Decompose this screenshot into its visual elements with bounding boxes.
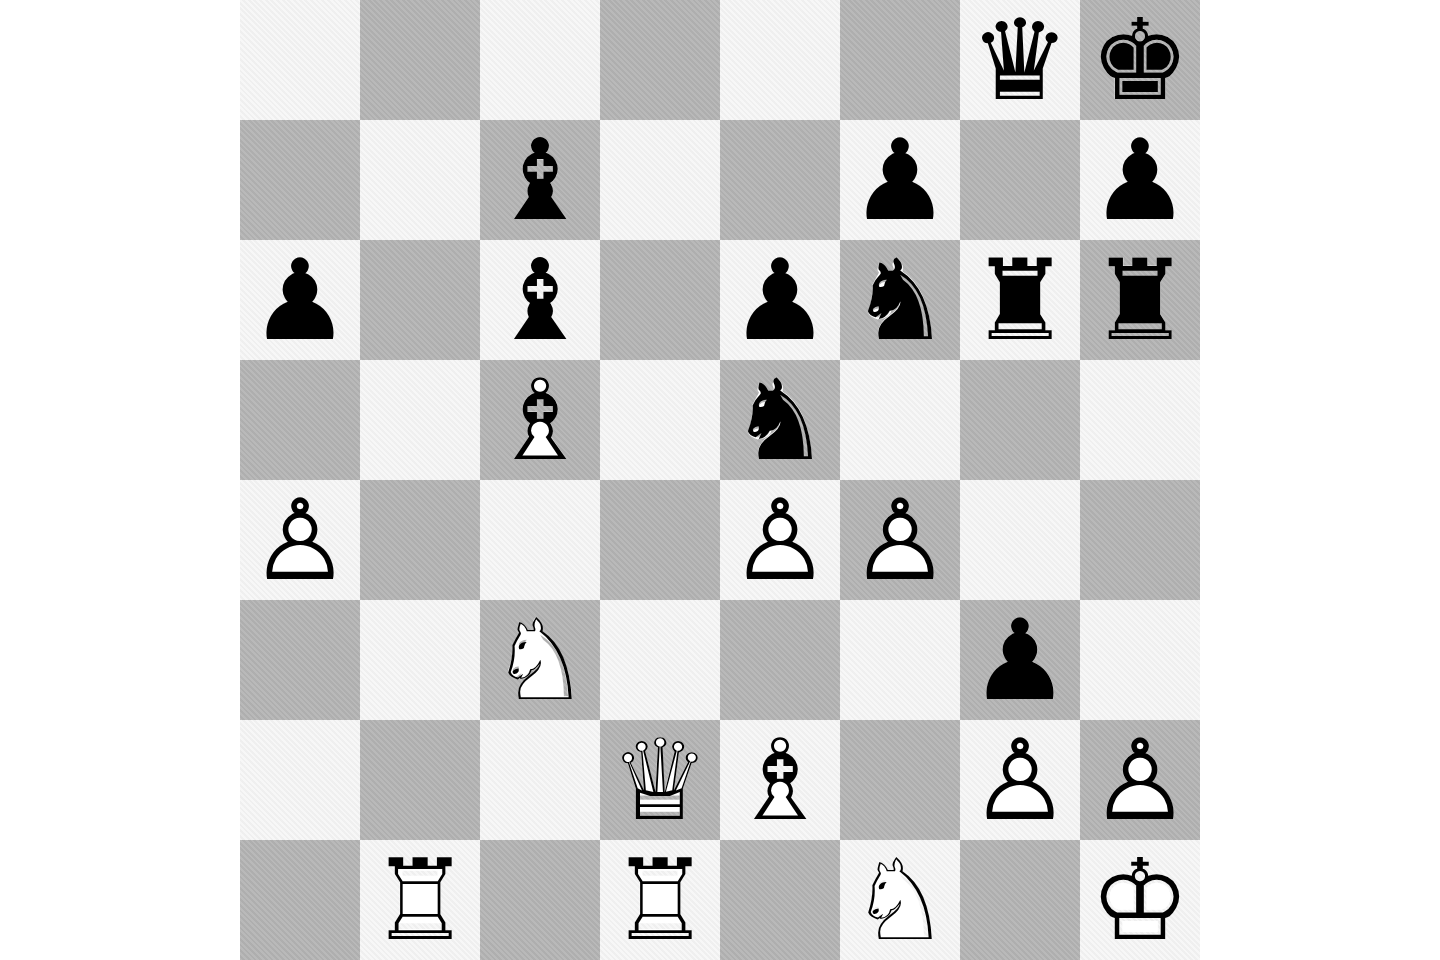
square-f8[interactable] [840, 0, 960, 120]
square-e8[interactable] [720, 0, 840, 120]
white-bishop-fill-layer: ♝ [480, 360, 600, 480]
page-background: ♕♛♔♚♗♝♙♟♙♟♙♟♗♝♙♟♘♞♖♜♖♜♝♗♘♞♟♙♟♙♟♙♞♘♙♟♛♕♝♗… [0, 0, 1440, 960]
square-a8[interactable] [240, 0, 360, 120]
square-h3[interactable] [1080, 600, 1200, 720]
square-h8[interactable]: ♔♚ [1080, 0, 1200, 120]
square-d2[interactable]: ♛♕ [600, 720, 720, 840]
square-c7[interactable]: ♗♝ [480, 120, 600, 240]
square-d5[interactable] [600, 360, 720, 480]
square-c8[interactable] [480, 0, 600, 120]
square-e5[interactable]: ♘♞ [720, 360, 840, 480]
piece-black-bishop[interactable]: ♗♝ [480, 120, 600, 240]
piece-black-rook[interactable]: ♖♜ [960, 240, 1080, 360]
black-pawn-fill-layer: ♙ [720, 240, 840, 360]
square-g7[interactable] [960, 120, 1080, 240]
piece-black-knight[interactable]: ♘♞ [840, 240, 960, 360]
black-pawn-icon: ♟ [1080, 120, 1200, 240]
white-pawn-icon: ♙ [840, 480, 960, 600]
square-e6[interactable]: ♙♟ [720, 240, 840, 360]
piece-black-pawn[interactable]: ♙♟ [1080, 120, 1200, 240]
white-rook-icon: ♖ [600, 840, 720, 960]
black-pawn-icon: ♟ [240, 240, 360, 360]
square-f1[interactable]: ♞♘ [840, 840, 960, 960]
square-a2[interactable] [240, 720, 360, 840]
white-bishop-icon: ♗ [480, 360, 600, 480]
white-queen-fill-layer: ♛ [600, 720, 720, 840]
piece-white-knight[interactable]: ♞♘ [840, 840, 960, 960]
chess-board: ♕♛♔♚♗♝♙♟♙♟♙♟♗♝♙♟♘♞♖♜♖♜♝♗♘♞♟♙♟♙♟♙♞♘♙♟♛♕♝♗… [240, 0, 1200, 960]
square-e2[interactable]: ♝♗ [720, 720, 840, 840]
black-queen-icon: ♛ [960, 0, 1080, 120]
white-bishop-icon: ♗ [720, 720, 840, 840]
white-knight-icon: ♘ [840, 840, 960, 960]
square-e3[interactable] [720, 600, 840, 720]
black-rook-fill-layer: ♖ [960, 240, 1080, 360]
square-f4[interactable]: ♟♙ [840, 480, 960, 600]
square-e1[interactable] [720, 840, 840, 960]
white-pawn-fill-layer: ♟ [840, 480, 960, 600]
black-bishop-fill-layer: ♗ [480, 120, 600, 240]
piece-white-pawn[interactable]: ♟♙ [1080, 720, 1200, 840]
square-c6[interactable]: ♗♝ [480, 240, 600, 360]
piece-black-king[interactable]: ♔♚ [1080, 0, 1200, 120]
square-c2[interactable] [480, 720, 600, 840]
white-rook-fill-layer: ♜ [600, 840, 720, 960]
piece-black-rook[interactable]: ♖♜ [1080, 240, 1200, 360]
square-b5[interactable] [360, 360, 480, 480]
piece-white-pawn[interactable]: ♟♙ [960, 720, 1080, 840]
black-king-fill-layer: ♔ [1080, 0, 1200, 120]
square-f5[interactable] [840, 360, 960, 480]
white-king-fill-layer: ♚ [1080, 840, 1200, 960]
square-f3[interactable] [840, 600, 960, 720]
square-h5[interactable] [1080, 360, 1200, 480]
white-pawn-icon: ♙ [960, 720, 1080, 840]
white-queen-icon: ♕ [600, 720, 720, 840]
square-c4[interactable] [480, 480, 600, 600]
black-pawn-icon: ♟ [840, 120, 960, 240]
square-g8[interactable]: ♕♛ [960, 0, 1080, 120]
black-knight-icon: ♞ [720, 360, 840, 480]
square-b8[interactable] [360, 0, 480, 120]
black-pawn-fill-layer: ♙ [960, 600, 1080, 720]
white-pawn-icon: ♙ [240, 480, 360, 600]
black-bishop-icon: ♝ [480, 240, 600, 360]
white-pawn-fill-layer: ♟ [960, 720, 1080, 840]
piece-white-pawn[interactable]: ♟♙ [840, 480, 960, 600]
square-d4[interactable] [600, 480, 720, 600]
square-e4[interactable]: ♟♙ [720, 480, 840, 600]
black-bishop-icon: ♝ [480, 120, 600, 240]
white-pawn-icon: ♙ [1080, 720, 1200, 840]
square-g6[interactable]: ♖♜ [960, 240, 1080, 360]
black-rook-icon: ♜ [1080, 240, 1200, 360]
square-a6[interactable]: ♙♟ [240, 240, 360, 360]
black-knight-fill-layer: ♘ [720, 360, 840, 480]
square-h1[interactable]: ♚♔ [1080, 840, 1200, 960]
square-b6[interactable] [360, 240, 480, 360]
square-h4[interactable] [1080, 480, 1200, 600]
piece-white-bishop[interactable]: ♝♗ [480, 360, 600, 480]
white-rook-icon: ♖ [360, 840, 480, 960]
piece-black-queen[interactable]: ♕♛ [960, 0, 1080, 120]
square-b3[interactable] [360, 600, 480, 720]
white-pawn-fill-layer: ♟ [240, 480, 360, 600]
square-d3[interactable] [600, 600, 720, 720]
black-pawn-fill-layer: ♙ [240, 240, 360, 360]
square-c5[interactable]: ♝♗ [480, 360, 600, 480]
square-h6[interactable]: ♖♜ [1080, 240, 1200, 360]
square-a3[interactable] [240, 600, 360, 720]
piece-white-king[interactable]: ♚♔ [1080, 840, 1200, 960]
white-pawn-fill-layer: ♟ [720, 480, 840, 600]
black-knight-fill-layer: ♘ [840, 240, 960, 360]
piece-white-rook[interactable]: ♜♖ [360, 840, 480, 960]
square-b7[interactable] [360, 120, 480, 240]
white-pawn-icon: ♙ [720, 480, 840, 600]
black-bishop-fill-layer: ♗ [480, 240, 600, 360]
square-g5[interactable] [960, 360, 1080, 480]
square-f2[interactable] [840, 720, 960, 840]
square-d8[interactable] [600, 0, 720, 120]
piece-white-pawn[interactable]: ♟♙ [720, 480, 840, 600]
square-g1[interactable] [960, 840, 1080, 960]
square-h2[interactable]: ♟♙ [1080, 720, 1200, 840]
black-queen-fill-layer: ♕ [960, 0, 1080, 120]
square-d1[interactable]: ♜♖ [600, 840, 720, 960]
square-c1[interactable] [480, 840, 600, 960]
piece-black-pawn[interactable]: ♙♟ [240, 240, 360, 360]
piece-black-knight[interactable]: ♘♞ [720, 360, 840, 480]
square-b1[interactable]: ♜♖ [360, 840, 480, 960]
square-e7[interactable] [720, 120, 840, 240]
black-king-icon: ♚ [1080, 0, 1200, 120]
piece-black-bishop[interactable]: ♗♝ [480, 240, 600, 360]
square-g3[interactable]: ♙♟ [960, 600, 1080, 720]
square-g2[interactable]: ♟♙ [960, 720, 1080, 840]
white-king-icon: ♔ [1080, 840, 1200, 960]
square-a4[interactable]: ♟♙ [240, 480, 360, 600]
square-a7[interactable] [240, 120, 360, 240]
square-h7[interactable]: ♙♟ [1080, 120, 1200, 240]
white-knight-fill-layer: ♞ [480, 600, 600, 720]
black-rook-icon: ♜ [960, 240, 1080, 360]
square-d7[interactable] [600, 120, 720, 240]
piece-white-pawn[interactable]: ♟♙ [240, 480, 360, 600]
piece-white-queen[interactable]: ♛♕ [600, 720, 720, 840]
black-rook-fill-layer: ♖ [1080, 240, 1200, 360]
black-pawn-icon: ♟ [720, 240, 840, 360]
square-a1[interactable] [240, 840, 360, 960]
piece-white-bishop[interactable]: ♝♗ [720, 720, 840, 840]
square-g4[interactable] [960, 480, 1080, 600]
black-pawn-fill-layer: ♙ [1080, 120, 1200, 240]
square-c3[interactable]: ♞♘ [480, 600, 600, 720]
piece-black-pawn[interactable]: ♙♟ [720, 240, 840, 360]
white-knight-icon: ♘ [480, 600, 600, 720]
piece-black-pawn[interactable]: ♙♟ [960, 600, 1080, 720]
black-knight-icon: ♞ [840, 240, 960, 360]
black-pawn-icon: ♟ [960, 600, 1080, 720]
white-rook-fill-layer: ♜ [360, 840, 480, 960]
piece-white-knight[interactable]: ♞♘ [480, 600, 600, 720]
white-knight-fill-layer: ♞ [840, 840, 960, 960]
square-b4[interactable] [360, 480, 480, 600]
black-pawn-fill-layer: ♙ [840, 120, 960, 240]
piece-white-rook[interactable]: ♜♖ [600, 840, 720, 960]
white-bishop-fill-layer: ♝ [720, 720, 840, 840]
white-pawn-fill-layer: ♟ [1080, 720, 1200, 840]
square-a5[interactable] [240, 360, 360, 480]
piece-black-pawn[interactable]: ♙♟ [840, 120, 960, 240]
square-b2[interactable] [360, 720, 480, 840]
square-d6[interactable] [600, 240, 720, 360]
square-f6[interactable]: ♘♞ [840, 240, 960, 360]
square-f7[interactable]: ♙♟ [840, 120, 960, 240]
